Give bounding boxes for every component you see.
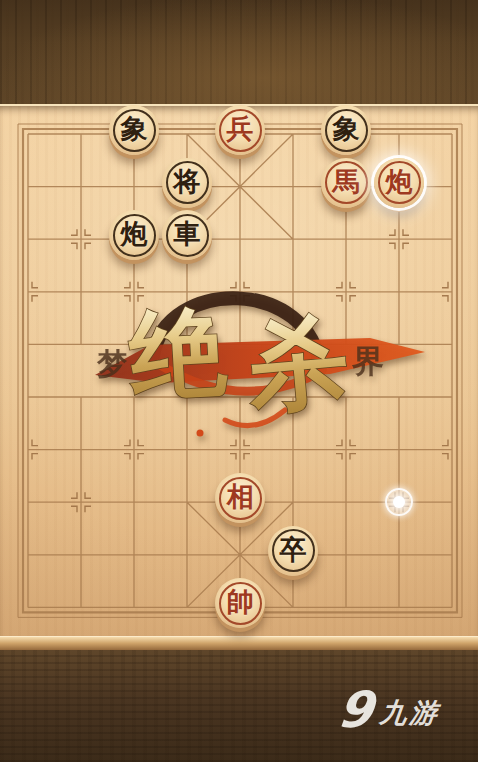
piece-black-elephant[interactable]: 象 (109, 105, 159, 155)
piece-label: 将 (174, 168, 201, 195)
piece-black-soldier[interactable]: 卒 (268, 526, 318, 576)
piece-black-general[interactable]: 将 (162, 158, 212, 208)
piece-red-general[interactable]: 帥 (215, 578, 265, 628)
piece-black-cannon[interactable]: 炮 (109, 210, 159, 260)
piece-label: 車 (174, 220, 201, 247)
piece-label: 相 (227, 483, 254, 510)
piece-label: 象 (333, 115, 360, 142)
piece-label: 卒 (280, 536, 307, 563)
piece-red-elephant[interactable]: 相 (215, 473, 265, 523)
jiuyou-name: 九游 (378, 695, 442, 731)
piece-black-chariot[interactable]: 車 (162, 210, 212, 260)
piece-layer: 象兵象将馬炮炮車相卒帥 (0, 0, 478, 762)
piece-red-cannon[interactable]: 炮 (374, 158, 424, 208)
piece-label: 馬 (333, 168, 360, 195)
piece-label: 象 (121, 115, 148, 142)
piece-red-horse[interactable]: 馬 (321, 158, 371, 208)
piece-label: 帥 (227, 588, 254, 615)
jiuyou-logo: 9 九游 (338, 680, 468, 740)
piece-label: 兵 (227, 115, 254, 142)
piece-red-soldier[interactable]: 兵 (215, 105, 265, 155)
target-cursor[interactable] (382, 485, 416, 519)
jiuyou-mark-icon: 9 (335, 685, 375, 735)
piece-black-elephant[interactable]: 象 (321, 105, 371, 155)
piece-label: 炮 (121, 220, 148, 247)
piece-label: 炮 (386, 168, 413, 195)
